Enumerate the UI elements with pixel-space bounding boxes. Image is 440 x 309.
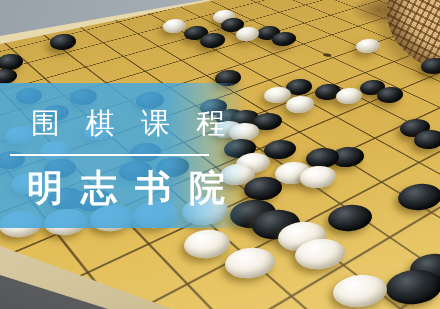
banner-divider: [10, 154, 209, 156]
stone-black: [397, 182, 440, 212]
academy-name: 明志书院: [27, 169, 243, 207]
stone-white: [355, 38, 380, 54]
stone-black: [49, 33, 77, 52]
stone-black: [384, 267, 440, 307]
course-title: 围棋课程: [31, 108, 251, 138]
title-banner: 围棋课程 明志书院: [0, 83, 248, 228]
stone-black: [271, 31, 296, 47]
stone-white: [162, 18, 186, 34]
stone-black: [327, 203, 373, 233]
stone-white: [224, 245, 277, 280]
stone-white: [331, 272, 388, 309]
stone-black: [420, 57, 440, 76]
go-course-poster: 围棋课程 明志书院: [0, 0, 440, 309]
stone-white: [183, 228, 232, 261]
